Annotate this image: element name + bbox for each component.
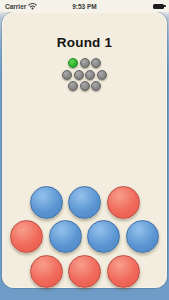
status-bar: 9:53 PM Carrier	[0, 0, 169, 12]
round-title: Round 1	[57, 35, 112, 50]
dot-gray	[68, 81, 78, 91]
dot-gray	[91, 81, 101, 91]
dot-gray	[74, 70, 84, 80]
carrier-label: Carrier	[5, 3, 26, 10]
dot-row	[62, 70, 107, 80]
circle-red[interactable]	[107, 255, 140, 288]
circle-blue[interactable]	[30, 186, 63, 219]
circle-blue[interactable]	[87, 220, 120, 253]
dot-gray	[80, 58, 90, 68]
circle-row	[30, 255, 140, 288]
dot-row	[68, 81, 101, 91]
circle-red[interactable]	[30, 255, 63, 288]
dot-gray	[85, 70, 95, 80]
circle-blue[interactable]	[49, 220, 82, 253]
dot-green	[68, 58, 78, 68]
status-carrier-group: Carrier	[5, 2, 37, 10]
dot-gray	[62, 70, 72, 80]
wifi-icon	[28, 2, 37, 10]
dot-gray	[91, 58, 101, 68]
circle-blue[interactable]	[126, 220, 159, 253]
circle-red[interactable]	[107, 186, 140, 219]
color-circle-board	[2, 186, 167, 288]
app-screen: 9:53 PM Carrier Round 1	[0, 0, 169, 300]
circle-row	[10, 220, 159, 253]
dot-gray	[97, 70, 107, 80]
game-board-panel: Round 1	[2, 12, 167, 288]
circle-red[interactable]	[10, 220, 43, 253]
circle-row	[30, 186, 140, 219]
circle-red[interactable]	[68, 255, 101, 288]
battery-icon	[153, 4, 164, 9]
dot-gray	[80, 81, 90, 91]
round-progress-dots	[62, 58, 107, 91]
dot-row	[68, 58, 101, 68]
circle-blue[interactable]	[68, 186, 101, 219]
